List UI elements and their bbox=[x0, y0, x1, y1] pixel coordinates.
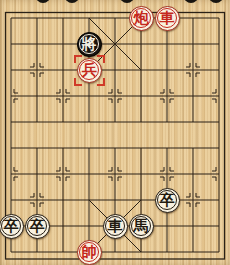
board-intersection[interactable]: 車 bbox=[102, 213, 128, 239]
board-intersection[interactable] bbox=[76, 135, 102, 161]
board-intersection[interactable] bbox=[128, 109, 154, 135]
board-intersection[interactable] bbox=[206, 57, 230, 83]
board-intersection[interactable] bbox=[154, 239, 180, 265]
board-intersection[interactable] bbox=[102, 161, 128, 187]
board-intersection[interactable] bbox=[154, 161, 180, 187]
board-intersection[interactable] bbox=[206, 213, 230, 239]
board-intersection[interactable] bbox=[76, 161, 102, 187]
cutoff-piece bbox=[209, 0, 224, 3]
board-intersection[interactable] bbox=[154, 213, 180, 239]
board-intersection[interactable] bbox=[24, 161, 50, 187]
board-intersection[interactable] bbox=[50, 135, 76, 161]
board-intersection[interactable] bbox=[24, 31, 50, 57]
board-intersection[interactable] bbox=[102, 109, 128, 135]
board-intersection[interactable] bbox=[50, 161, 76, 187]
board-intersection[interactable] bbox=[128, 187, 154, 213]
board-intersection[interactable]: 卒 bbox=[154, 187, 180, 213]
board-intersection[interactable] bbox=[102, 187, 128, 213]
board-intersection[interactable]: 兵 bbox=[76, 57, 102, 83]
board-intersection[interactable] bbox=[24, 239, 50, 265]
board-intersection[interactable] bbox=[76, 109, 102, 135]
board-intersection[interactable] bbox=[180, 31, 206, 57]
board-intersection[interactable] bbox=[154, 31, 180, 57]
board-intersection[interactable] bbox=[0, 5, 24, 31]
board-intersection[interactable] bbox=[206, 109, 230, 135]
black-chariot[interactable]: 車 bbox=[103, 214, 128, 239]
board-intersection[interactable] bbox=[50, 83, 76, 109]
board-intersection[interactable] bbox=[50, 213, 76, 239]
board-intersection[interactable] bbox=[50, 109, 76, 135]
cutoff-piece bbox=[184, 0, 199, 3]
black-soldier[interactable]: 卒 bbox=[0, 214, 24, 239]
red-cannon[interactable]: 炮 bbox=[129, 6, 154, 31]
black-soldier[interactable]: 卒 bbox=[25, 214, 50, 239]
board-intersection[interactable] bbox=[76, 83, 102, 109]
board-intersection[interactable] bbox=[180, 187, 206, 213]
board-intersection[interactable] bbox=[50, 31, 76, 57]
red-chariot[interactable]: 車 bbox=[155, 6, 180, 31]
board-intersection[interactable] bbox=[76, 5, 102, 31]
board-intersection[interactable] bbox=[24, 5, 50, 31]
board-intersection[interactable] bbox=[0, 187, 24, 213]
board-intersection[interactable] bbox=[180, 135, 206, 161]
board-intersection[interactable] bbox=[0, 109, 24, 135]
board-intersection[interactable] bbox=[0, 31, 24, 57]
board-intersection[interactable] bbox=[24, 109, 50, 135]
board-intersection[interactable] bbox=[24, 135, 50, 161]
cutoff-piece bbox=[120, 0, 135, 3]
board-intersection[interactable] bbox=[24, 83, 50, 109]
board-intersection[interactable] bbox=[128, 31, 154, 57]
board-intersection[interactable] bbox=[102, 5, 128, 31]
board-intersection[interactable] bbox=[102, 239, 128, 265]
board-intersection[interactable] bbox=[50, 57, 76, 83]
board-intersection[interactable] bbox=[180, 213, 206, 239]
board-intersection[interactable]: 帥 bbox=[76, 239, 102, 265]
board-intersection[interactable] bbox=[128, 57, 154, 83]
board-intersection[interactable] bbox=[102, 31, 128, 57]
board-intersection[interactable] bbox=[76, 187, 102, 213]
board-intersection[interactable] bbox=[24, 187, 50, 213]
board-intersection[interactable]: 炮 bbox=[128, 5, 154, 31]
board-intersection[interactable] bbox=[206, 161, 230, 187]
board-intersection[interactable] bbox=[128, 83, 154, 109]
board-intersection[interactable] bbox=[154, 57, 180, 83]
board-intersection[interactable]: 卒 bbox=[0, 213, 24, 239]
board-intersection[interactable] bbox=[102, 135, 128, 161]
board-intersection[interactable] bbox=[76, 213, 102, 239]
board-intersection[interactable] bbox=[50, 239, 76, 265]
xiangqi-app: 炮車將兵卒卒卒車馬帥 bbox=[0, 0, 230, 265]
board-intersection[interactable] bbox=[180, 109, 206, 135]
board-intersection[interactable]: 卒 bbox=[24, 213, 50, 239]
board-intersection[interactable] bbox=[206, 239, 230, 265]
board-intersection[interactable] bbox=[50, 5, 76, 31]
board-intersection[interactable] bbox=[206, 83, 230, 109]
board-intersection[interactable] bbox=[180, 57, 206, 83]
red-general[interactable]: 帥 bbox=[77, 240, 102, 265]
board-intersection[interactable] bbox=[0, 239, 24, 265]
red-soldier[interactable]: 兵 bbox=[77, 58, 102, 83]
black-soldier[interactable]: 卒 bbox=[155, 188, 180, 213]
board-intersection[interactable] bbox=[154, 109, 180, 135]
board-intersection[interactable] bbox=[128, 239, 154, 265]
board-intersection[interactable] bbox=[180, 5, 206, 31]
board-intersection[interactable] bbox=[180, 239, 206, 265]
board-intersection[interactable] bbox=[0, 161, 24, 187]
board-intersection[interactable]: 將 bbox=[76, 31, 102, 57]
board-intersection[interactable] bbox=[206, 31, 230, 57]
board-intersection[interactable] bbox=[206, 187, 230, 213]
board-intersection[interactable]: 車 bbox=[154, 5, 180, 31]
board-intersection[interactable] bbox=[206, 135, 230, 161]
board-intersection[interactable]: 馬 bbox=[128, 213, 154, 239]
board-intersection[interactable] bbox=[0, 57, 24, 83]
board-intersection[interactable] bbox=[206, 5, 230, 31]
board-intersection[interactable] bbox=[102, 57, 128, 83]
board-intersection[interactable] bbox=[154, 83, 180, 109]
xiangqi-board[interactable]: 炮車將兵卒卒卒車馬帥 bbox=[0, 5, 230, 265]
black-general[interactable]: 將 bbox=[77, 32, 102, 57]
board-intersection[interactable] bbox=[50, 187, 76, 213]
board-intersection[interactable] bbox=[102, 83, 128, 109]
board-intersection[interactable] bbox=[24, 57, 50, 83]
board-intersection[interactable] bbox=[154, 135, 180, 161]
board-intersection[interactable] bbox=[128, 135, 154, 161]
cutoff-piece bbox=[36, 0, 51, 3]
board-intersection[interactable] bbox=[0, 83, 24, 109]
black-horse[interactable]: 馬 bbox=[129, 214, 154, 239]
board-intersection[interactable] bbox=[180, 161, 206, 187]
board-intersection[interactable] bbox=[180, 83, 206, 109]
board-intersection[interactable] bbox=[128, 161, 154, 187]
board-intersection[interactable] bbox=[0, 135, 24, 161]
cutoff-piece bbox=[65, 0, 80, 3]
